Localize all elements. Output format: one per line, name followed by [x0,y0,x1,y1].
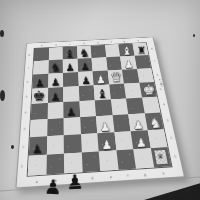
photo-speck [0,30,4,37]
rank-label-6: 6 [156,73,158,76]
square-c4: ♟ [63,101,79,118]
square-b4 [47,102,63,119]
square-c3 [63,117,80,135]
white-king-h5: ♚ [140,83,157,98]
black-king-a5: ♚ [31,89,48,104]
rank-label-8: 8 [151,47,153,49]
square-a8 [34,48,49,61]
black-knight-b7: ♞ [47,61,62,73]
square-e3: ♟ [96,115,114,133]
square-e4 [95,99,112,116]
file-label-h: h [162,171,165,175]
square-d4 [79,100,96,117]
square-e7 [92,57,108,71]
white-pawn-g7: ♟ [121,59,136,70]
square-c6 [63,72,78,87]
rank-label-5: 5 [159,87,162,90]
crown-icon: ♛ [157,154,164,161]
square-c8: ♝ [63,46,78,59]
white-pawn-g3: ♟ [130,119,147,131]
board-border: abcdefgh abcdefgh 87654321 87654321 CHES… [15,37,185,189]
photo-speck [11,145,14,149]
rank-label-4: 4 [24,111,26,114]
square-h7 [134,55,151,69]
white-pawn-e3: ♟ [97,121,114,133]
square-d8: ♞ [77,46,92,59]
rank-label-1: 1 [21,164,24,168]
rank-label-4: 4 [163,103,166,106]
rank-label-2: 2 [22,145,24,149]
square-h1: ♛ [150,147,171,167]
white-pawn-g2: ♟ [132,136,150,149]
file-label-c: c [69,43,71,45]
square-b7: ♞ [48,60,63,74]
file-label-b: b [55,43,57,45]
black-pawn-a2: ♟ [28,143,46,156]
square-d1 [81,151,100,172]
captured-piece: ♟ [66,172,85,193]
square-a2: ♟ [29,136,47,156]
square-f6: ♛ [107,70,124,85]
square-d2 [81,133,99,152]
file-label-g: g [123,40,125,42]
board-grid: ♝♞♝♜♞♟♟♟♟♟♟♟♛♚♟♝♚♟♟♟♞♟♟♟♛ [28,43,172,176]
square-c7: ♟ [63,59,78,73]
square-h3: ♞ [144,112,163,130]
square-e1 [99,150,118,171]
white-pawn-e6: ♟ [93,74,109,85]
square-d5 [78,85,94,101]
rank-label-8: 8 [28,54,30,57]
rank-label-6: 6 [27,80,29,83]
square-b3 [47,118,64,136]
file-label-d: d [91,175,94,179]
square-b5: ♟ [47,87,63,103]
board-brand-text: CHESS [159,79,164,88]
photo-speck [193,34,195,37]
square-b1 [46,154,64,175]
file-label-h: h [137,39,139,41]
file-label-e: e [97,41,99,43]
square-h2 [147,129,167,148]
rank-label-7: 7 [153,60,155,63]
square-b6: ♟ [48,73,63,88]
square-c5 [63,86,79,102]
black-bishop-c8: ♝ [62,48,77,60]
square-b8 [48,47,62,60]
square-d6: ♟ [78,71,94,86]
black-pawn-d7: ♟ [77,61,92,72]
square-g8: ♝ [118,43,134,56]
chess-board: abcdefgh abcdefgh 87654321 87654321 CHES… [15,37,185,189]
square-a7 [33,60,48,74]
rank-label-2: 2 [170,136,173,140]
black-pawn-c4: ♟ [63,106,80,118]
square-h5: ♚ [139,82,157,98]
square-e5: ♝ [94,85,111,101]
square-e8 [91,45,106,58]
square-d3 [80,116,98,134]
black-pawn-b6: ♟ [47,77,63,88]
white-bishop-g8: ♝ [119,45,134,57]
black-pawn-c7: ♟ [62,62,77,73]
photo-speck [0,90,5,101]
file-label-d: d [83,42,85,44]
photo-scene: abcdefgh abcdefgh 87654321 87654321 CHES… [0,0,200,200]
square-c2 [64,134,82,153]
square-e2: ♟ [97,132,116,151]
white-pawn-e2: ♟ [98,139,116,152]
black-bishop-e5: ♝ [94,87,110,100]
black-pawn-d6: ♟ [78,75,94,86]
rank-label-3: 3 [166,119,169,122]
rank-label-3: 3 [23,127,25,130]
square-b2 [46,135,64,154]
square-f1 [116,149,136,170]
square-h4 [142,97,161,114]
black-knight-d8: ♞ [77,47,92,59]
file-label-f: f [110,41,111,43]
file-label-f: f [127,173,129,177]
file-label-a: a [41,44,43,46]
square-a4 [31,103,48,120]
rank-label-7: 7 [27,67,29,70]
white-knight-h3: ♞ [146,116,164,130]
black-pawn-b5: ♟ [47,92,63,103]
square-a1 [28,155,47,176]
black-rook-h8: ♜ [133,45,148,56]
white-queen-f6: ♛ [108,71,124,84]
square-d7: ♟ [77,58,92,72]
square-a5: ♚ [32,88,48,104]
rank-label-1: 1 [174,154,177,158]
square-e6: ♟ [93,71,109,86]
square-a3 [30,119,47,137]
board-logo: ♛ [153,149,169,165]
rank-label-5: 5 [26,95,28,98]
file-label-g: g [144,172,147,176]
file-label-a: a [36,179,38,183]
file-label-e: e [109,174,112,178]
square-h8: ♜ [132,43,148,56]
